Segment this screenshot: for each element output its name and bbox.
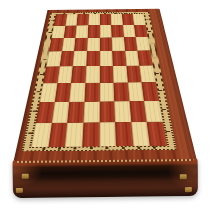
- square-c1: [65, 123, 83, 147]
- square-h7: [134, 25, 148, 37]
- inlay-motif: [32, 111, 37, 112]
- inlay-motif: [149, 44, 153, 45]
- square-d3: [84, 83, 99, 102]
- brass-hinge-icon: [16, 188, 23, 193]
- inlay-motif: [158, 90, 162, 91]
- square-d7: [88, 25, 100, 37]
- inlay-motif: [137, 146, 140, 148]
- chess-box-photo: [0, 0, 210, 210]
- square-d5: [86, 51, 99, 66]
- square-f4: [113, 66, 128, 83]
- square-c5: [73, 51, 87, 66]
- square-c6: [74, 38, 87, 52]
- inlay-motif: [152, 58, 156, 59]
- square-e6: [100, 37, 113, 51]
- inlay-motif: [153, 146, 156, 148]
- inlay-motif: [165, 131, 170, 132]
- inlay-motif: [40, 74, 44, 75]
- square-e1: [99, 122, 116, 146]
- board-lid-top: [14, 9, 197, 161]
- inlay-motif: [58, 147, 61, 149]
- square-e2: [99, 101, 115, 122]
- square-d6: [87, 37, 100, 51]
- square-h8: [133, 14, 146, 25]
- inlay-motif: [161, 109, 166, 110]
- inlay-motif: [155, 73, 159, 74]
- square-f3: [114, 82, 130, 101]
- brass-hinge-icon: [185, 187, 192, 192]
- square-d1: [82, 123, 99, 147]
- square-h4: [140, 65, 156, 82]
- square-h6: [136, 37, 150, 51]
- square-c4: [71, 66, 86, 83]
- square-e8: [100, 14, 111, 25]
- square-f5: [112, 51, 126, 66]
- inlay-motif: [28, 132, 33, 133]
- square-f7: [111, 25, 124, 37]
- inlay-motif: [145, 20, 148, 21]
- brass-hinge-icon: [180, 174, 187, 179]
- inlay-motif: [121, 146, 124, 148]
- box-side-panel: [13, 158, 198, 198]
- square-c2: [67, 102, 84, 123]
- square-e7: [100, 25, 112, 37]
- square-d2: [83, 101, 99, 122]
- inlay-motif: [74, 147, 77, 149]
- inlay-motif: [106, 147, 109, 149]
- square-c7: [76, 25, 89, 37]
- square-d4: [85, 66, 99, 83]
- chess-board: [31, 14, 167, 148]
- inlay-motif: [36, 91, 40, 92]
- square-c3: [69, 83, 85, 102]
- square-e4: [99, 66, 113, 83]
- square-f6: [112, 37, 125, 51]
- square-e5: [100, 51, 113, 66]
- square-d8: [88, 14, 100, 25]
- perspective-group: [0, 0, 210, 210]
- inlay-motif: [147, 31, 150, 32]
- brass-hinge-icon: [22, 174, 29, 179]
- square-e3: [99, 83, 114, 102]
- square-c8: [77, 14, 89, 25]
- inlay-motif: [42, 147, 45, 149]
- inlay-motif: [90, 147, 93, 149]
- square-h5: [138, 51, 153, 66]
